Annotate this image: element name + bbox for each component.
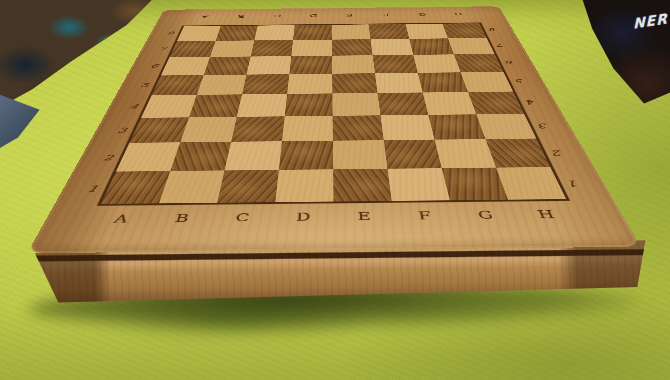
square-c7 [251,40,293,57]
square-e5 [332,73,377,93]
square-f5 [375,73,423,93]
square-f7 [371,39,414,56]
square-f2 [384,140,442,169]
square-f1 [387,168,449,201]
file-label: A [84,205,156,233]
file-label: H [511,201,583,229]
square-b3 [180,117,237,143]
square-e8 [332,24,371,39]
file-labels-top: ABCDEFGH [184,9,479,22]
file-label: G [452,201,521,229]
square-d4 [285,93,333,116]
square-g7 [409,38,454,55]
file-label: A [184,12,224,22]
board-top-surface: ABCDEFGH ABCDEFGH 12345678 12345678 [27,6,641,253]
square-c8 [254,25,294,40]
square-f6 [373,55,418,73]
file-labels-bottom: ABCDEFGH [84,201,583,233]
square-c2 [225,141,282,170]
square-b2 [170,142,231,171]
square-c6 [247,56,292,74]
file-label: B [147,204,216,232]
square-d7 [291,39,332,56]
square-c1 [217,170,279,203]
file-label: E [331,10,368,20]
square-g4 [423,92,476,115]
square-b8 [216,26,258,41]
square-d8 [293,25,332,40]
square-e1 [333,168,392,201]
square-b6 [204,57,251,75]
square-b5 [197,74,247,94]
square-e6 [332,55,375,73]
rank-label: 7 [482,37,520,54]
square-f4 [378,92,429,115]
square-d3 [282,116,333,142]
file-label: D [271,203,333,231]
square-c4 [237,94,287,117]
square-b1 [159,170,225,203]
file-label: D [295,11,332,21]
square-g5 [418,72,468,92]
square-d1 [275,169,333,202]
square-c3 [231,116,285,142]
file-label: G [403,10,442,20]
file-label: F [393,202,459,230]
square-d5 [287,74,332,94]
square-e7 [332,39,373,56]
square-b7 [210,40,254,57]
square-e3 [333,115,384,141]
rank-label: 8 [475,22,511,37]
square-d6 [289,56,332,74]
square-e2 [333,140,388,169]
file-label: E [334,202,397,230]
file-label: H [438,9,478,19]
square-f3 [380,115,434,140]
square-g8 [406,24,448,39]
file-label: C [258,11,296,21]
square-e4 [332,93,380,116]
square-f8 [369,24,410,39]
square-b4 [189,94,242,117]
square-d2 [279,141,333,170]
photo-scene: NER ABCDEFGH ABCDEFGH 12345678 12345678 [0,0,670,380]
chess-board: ABCDEFGH ABCDEFGH 12345678 12345678 [0,0,670,380]
square-g6 [413,54,460,72]
square-c5 [242,74,289,94]
file-label: B [221,11,260,21]
file-label: C [209,204,274,232]
file-label: F [367,10,405,20]
